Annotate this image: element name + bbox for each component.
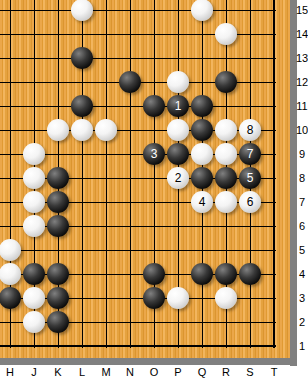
column-label-P: P bbox=[170, 365, 186, 380]
grid-line-vertical-M bbox=[106, 0, 107, 348]
row-label-6: 6 bbox=[293, 218, 308, 234]
column-label-N: N bbox=[122, 365, 138, 380]
stone-white-J9 bbox=[23, 143, 45, 165]
move-number-label: 3 bbox=[151, 148, 158, 160]
row-label-14: 14 bbox=[293, 26, 308, 42]
stone-black-Q4 bbox=[191, 263, 213, 285]
stone-black-H3 bbox=[0, 287, 21, 309]
column-label-R: R bbox=[218, 365, 234, 380]
move-number-label: 4 bbox=[199, 196, 206, 208]
row-label-11: 11 bbox=[293, 98, 308, 114]
row-label-13: 13 bbox=[293, 50, 308, 66]
stone-white-J6 bbox=[23, 215, 45, 237]
grid-line-vertical-T bbox=[273, 0, 275, 348]
stone-black-R4 bbox=[215, 263, 237, 285]
stone-black-Q8 bbox=[191, 167, 213, 189]
grid-line-vertical-N bbox=[130, 0, 131, 348]
stone-white-J8 bbox=[23, 167, 45, 189]
stone-white-R10 bbox=[215, 119, 237, 141]
stone-black-S8: 5 bbox=[239, 167, 261, 189]
row-label-4: 4 bbox=[293, 266, 308, 282]
row-label-15: 15 bbox=[293, 2, 308, 18]
stone-black-R8 bbox=[215, 167, 237, 189]
stone-black-Q10 bbox=[191, 119, 213, 141]
stone-white-Q15 bbox=[191, 0, 213, 21]
stone-black-R12 bbox=[215, 71, 237, 93]
stone-white-J2 bbox=[23, 311, 45, 333]
row-label-9: 9 bbox=[293, 146, 308, 162]
column-label-Q: Q bbox=[194, 365, 210, 380]
column-coordinate-labels: HJKLMNOPQRST bbox=[0, 365, 297, 380]
stone-white-K10 bbox=[47, 119, 69, 141]
column-label-L: L bbox=[74, 365, 90, 380]
stone-white-R7 bbox=[215, 191, 237, 213]
stone-white-R3 bbox=[215, 287, 237, 309]
move-number-label: 2 bbox=[175, 172, 182, 184]
column-label-O: O bbox=[146, 365, 162, 380]
stone-white-L10 bbox=[71, 119, 93, 141]
row-label-10: 10 bbox=[293, 122, 308, 138]
stone-black-K6 bbox=[47, 215, 69, 237]
stone-white-H4 bbox=[0, 263, 21, 285]
stone-white-M10 bbox=[95, 119, 117, 141]
column-label-M: M bbox=[98, 365, 114, 380]
stone-black-K4 bbox=[47, 263, 69, 285]
stone-black-J4 bbox=[23, 263, 45, 285]
grid-line-horizontal-15 bbox=[0, 10, 276, 11]
stone-white-J7 bbox=[23, 191, 45, 213]
stone-black-Q11 bbox=[191, 95, 213, 117]
grid-line-horizontal-13 bbox=[0, 58, 276, 59]
row-label-8: 8 bbox=[293, 170, 308, 186]
stone-white-R9 bbox=[215, 143, 237, 165]
stone-black-S9: 7 bbox=[239, 143, 261, 165]
move-number-label: 7 bbox=[247, 148, 254, 160]
go-board[interactable]: 18372546 bbox=[0, 0, 290, 358]
stone-black-K3 bbox=[47, 287, 69, 309]
stone-black-K7 bbox=[47, 191, 69, 213]
stone-white-R14 bbox=[215, 23, 237, 45]
row-label-7: 7 bbox=[293, 194, 308, 210]
stone-white-S7: 6 bbox=[239, 191, 261, 213]
stone-white-P8: 2 bbox=[167, 167, 189, 189]
stone-black-L11 bbox=[71, 95, 93, 117]
stone-black-O4 bbox=[143, 263, 165, 285]
stone-black-P11: 1 bbox=[167, 95, 189, 117]
move-number-label: 1 bbox=[175, 100, 182, 112]
bottom-separator-bar bbox=[0, 358, 297, 365]
stone-white-H5 bbox=[0, 239, 21, 261]
stone-black-S4 bbox=[239, 263, 261, 285]
stone-black-O9: 3 bbox=[143, 143, 165, 165]
row-label-2: 2 bbox=[293, 314, 308, 330]
column-label-S: S bbox=[242, 365, 258, 380]
move-number-label: 8 bbox=[247, 124, 254, 136]
row-label-12: 12 bbox=[293, 74, 308, 90]
move-number-label: 6 bbox=[247, 196, 254, 208]
row-label-3: 3 bbox=[293, 290, 308, 306]
stone-white-P10 bbox=[167, 119, 189, 141]
stone-white-S10: 8 bbox=[239, 119, 261, 141]
row-coordinate-labels: 151413121110987654321 bbox=[297, 0, 308, 366]
column-label-T: T bbox=[266, 365, 282, 380]
grid-line-horizontal-11 bbox=[0, 106, 276, 107]
stone-white-Q7: 4 bbox=[191, 191, 213, 213]
stone-white-L15 bbox=[71, 0, 93, 21]
stone-black-P9 bbox=[167, 143, 189, 165]
stone-white-J3 bbox=[23, 287, 45, 309]
column-label-J: J bbox=[26, 365, 42, 380]
stone-black-L13 bbox=[71, 47, 93, 69]
grid-line-horizontal-5 bbox=[0, 250, 276, 251]
stone-white-Q9 bbox=[191, 143, 213, 165]
stone-black-O11 bbox=[143, 95, 165, 117]
stone-black-K8 bbox=[47, 167, 69, 189]
stone-white-P12 bbox=[167, 71, 189, 93]
stone-black-N12 bbox=[119, 71, 141, 93]
move-number-label: 5 bbox=[247, 172, 254, 184]
grid-line-horizontal-1 bbox=[0, 345, 276, 347]
row-label-1: 1 bbox=[293, 338, 308, 354]
column-label-H: H bbox=[2, 365, 18, 380]
stone-black-K2 bbox=[47, 311, 69, 333]
column-label-K: K bbox=[50, 365, 66, 380]
row-label-5: 5 bbox=[293, 242, 308, 258]
go-diagram: 18372546 151413121110987654321 HJKLMNOPQ… bbox=[0, 0, 308, 380]
stone-black-O3 bbox=[143, 287, 165, 309]
stone-white-P3 bbox=[167, 287, 189, 309]
